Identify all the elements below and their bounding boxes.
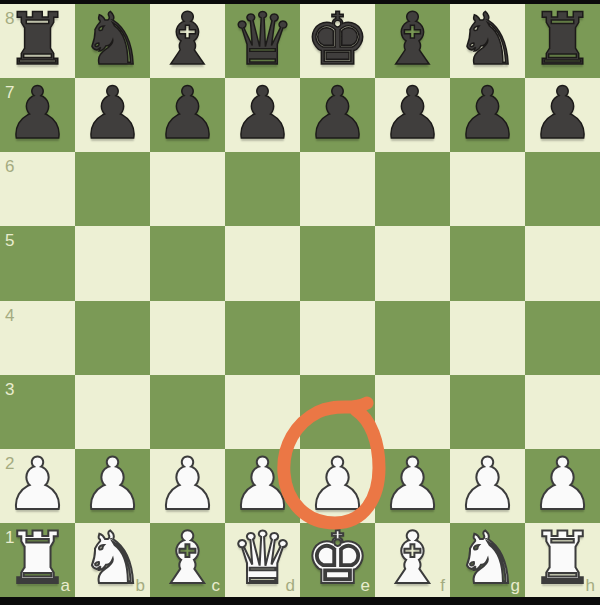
square-g6[interactable] xyxy=(450,152,525,226)
square-d6[interactable] xyxy=(225,152,300,226)
piece-white-rook[interactable]: ♜ xyxy=(530,522,595,594)
chess-board[interactable]: 8♜♞♝♛♚♝♞♜7♟♟♟♟♟♟♟♟65432♟♟♟♟♟♟♟♟1a♜b♞c♝d♛… xyxy=(0,4,600,597)
square-d5[interactable] xyxy=(225,226,300,300)
square-d4[interactable] xyxy=(225,301,300,375)
square-c6[interactable] xyxy=(150,152,225,226)
square-c1[interactable]: c♝ xyxy=(150,523,225,597)
square-f4[interactable] xyxy=(375,301,450,375)
piece-white-pawn[interactable]: ♟ xyxy=(380,448,445,520)
square-e5[interactable] xyxy=(300,226,375,300)
square-d8[interactable]: ♛ xyxy=(225,4,300,78)
piece-white-bishop[interactable]: ♝ xyxy=(380,522,445,594)
square-h3[interactable] xyxy=(525,375,600,449)
piece-white-pawn[interactable]: ♟ xyxy=(530,448,595,520)
piece-black-pawn[interactable]: ♟ xyxy=(155,77,220,149)
piece-white-pawn[interactable]: ♟ xyxy=(5,448,70,520)
piece-black-rook[interactable]: ♜ xyxy=(5,3,70,75)
square-b4[interactable] xyxy=(75,301,150,375)
square-f1[interactable]: f♝ xyxy=(375,523,450,597)
piece-black-knight[interactable]: ♞ xyxy=(455,3,520,75)
square-h6[interactable] xyxy=(525,152,600,226)
square-e7[interactable]: ♟ xyxy=(300,78,375,152)
rank-label-5: 5 xyxy=(5,232,14,249)
piece-black-knight[interactable]: ♞ xyxy=(80,3,145,75)
square-g8[interactable]: ♞ xyxy=(450,4,525,78)
square-g1[interactable]: g♞ xyxy=(450,523,525,597)
square-b1[interactable]: b♞ xyxy=(75,523,150,597)
square-h7[interactable]: ♟ xyxy=(525,78,600,152)
square-e6[interactable] xyxy=(300,152,375,226)
square-a4[interactable]: 4 xyxy=(0,301,75,375)
square-g5[interactable] xyxy=(450,226,525,300)
rank-label-6: 6 xyxy=(5,158,14,175)
piece-black-pawn[interactable]: ♟ xyxy=(80,77,145,149)
square-e1[interactable]: e♚ xyxy=(300,523,375,597)
square-h1[interactable]: h♜ xyxy=(525,523,600,597)
square-g7[interactable]: ♟ xyxy=(450,78,525,152)
piece-black-pawn[interactable]: ♟ xyxy=(380,77,445,149)
square-c4[interactable] xyxy=(150,301,225,375)
square-e4[interactable] xyxy=(300,301,375,375)
square-b5[interactable] xyxy=(75,226,150,300)
square-c8[interactable]: ♝ xyxy=(150,4,225,78)
square-f8[interactable]: ♝ xyxy=(375,4,450,78)
piece-white-queen[interactable]: ♛ xyxy=(230,522,295,594)
piece-white-pawn[interactable]: ♟ xyxy=(305,448,370,520)
piece-black-pawn[interactable]: ♟ xyxy=(455,77,520,149)
square-g3[interactable] xyxy=(450,375,525,449)
square-d1[interactable]: d♛ xyxy=(225,523,300,597)
piece-white-knight[interactable]: ♞ xyxy=(80,522,145,594)
square-c5[interactable] xyxy=(150,226,225,300)
rank-label-4: 4 xyxy=(5,307,14,324)
piece-white-king[interactable]: ♚ xyxy=(305,522,370,594)
piece-black-bishop[interactable]: ♝ xyxy=(380,3,445,75)
square-h2[interactable]: ♟ xyxy=(525,449,600,523)
piece-black-bishop[interactable]: ♝ xyxy=(155,3,220,75)
square-a5[interactable]: 5 xyxy=(0,226,75,300)
square-f5[interactable] xyxy=(375,226,450,300)
piece-black-queen[interactable]: ♛ xyxy=(230,3,295,75)
piece-white-pawn[interactable]: ♟ xyxy=(230,448,295,520)
square-b8[interactable]: ♞ xyxy=(75,4,150,78)
square-e2[interactable]: ♟ xyxy=(300,449,375,523)
square-b7[interactable]: ♟ xyxy=(75,78,150,152)
piece-black-pawn[interactable]: ♟ xyxy=(230,77,295,149)
square-g2[interactable]: ♟ xyxy=(450,449,525,523)
square-a6[interactable]: 6 xyxy=(0,152,75,226)
square-h4[interactable] xyxy=(525,301,600,375)
rank-label-3: 3 xyxy=(5,381,14,398)
square-a7[interactable]: 7♟ xyxy=(0,78,75,152)
piece-black-rook[interactable]: ♜ xyxy=(530,3,595,75)
square-d7[interactable]: ♟ xyxy=(225,78,300,152)
piece-white-pawn[interactable]: ♟ xyxy=(155,448,220,520)
square-a2[interactable]: 2♟ xyxy=(0,449,75,523)
piece-white-bishop[interactable]: ♝ xyxy=(155,522,220,594)
square-a3[interactable]: 3 xyxy=(0,375,75,449)
piece-white-pawn[interactable]: ♟ xyxy=(455,448,520,520)
piece-black-pawn[interactable]: ♟ xyxy=(305,77,370,149)
square-a1[interactable]: 1a♜ xyxy=(0,523,75,597)
piece-black-pawn[interactable]: ♟ xyxy=(5,77,70,149)
square-e3[interactable] xyxy=(300,375,375,449)
piece-black-pawn[interactable]: ♟ xyxy=(530,77,595,149)
square-b3[interactable] xyxy=(75,375,150,449)
square-c7[interactable]: ♟ xyxy=(150,78,225,152)
square-f7[interactable]: ♟ xyxy=(375,78,450,152)
square-e8[interactable]: ♚ xyxy=(300,4,375,78)
square-f3[interactable] xyxy=(375,375,450,449)
square-h5[interactable] xyxy=(525,226,600,300)
square-d2[interactable]: ♟ xyxy=(225,449,300,523)
square-f6[interactable] xyxy=(375,152,450,226)
square-b6[interactable] xyxy=(75,152,150,226)
square-c2[interactable]: ♟ xyxy=(150,449,225,523)
square-f2[interactable]: ♟ xyxy=(375,449,450,523)
square-d3[interactable] xyxy=(225,375,300,449)
piece-white-pawn[interactable]: ♟ xyxy=(80,448,145,520)
square-b2[interactable]: ♟ xyxy=(75,449,150,523)
piece-white-knight[interactable]: ♞ xyxy=(455,522,520,594)
square-c3[interactable] xyxy=(150,375,225,449)
chess-app-frame: 8♜♞♝♛♚♝♞♜7♟♟♟♟♟♟♟♟65432♟♟♟♟♟♟♟♟1a♜b♞c♝d♛… xyxy=(0,0,600,605)
square-a8[interactable]: 8♜ xyxy=(0,4,75,78)
square-g4[interactable] xyxy=(450,301,525,375)
square-h8[interactable]: ♜ xyxy=(525,4,600,78)
piece-white-rook[interactable]: ♜ xyxy=(5,522,70,594)
piece-black-king[interactable]: ♚ xyxy=(305,3,370,75)
